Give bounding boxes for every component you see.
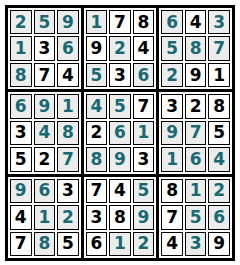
cell-r5c6[interactable]: 1 [133,121,155,145]
cell-r5c2[interactable]: 4 [34,121,56,145]
box-9: 812756439 [159,177,232,258]
box-7: 963412785 [8,177,81,258]
box-1: 259136874 [8,8,81,89]
box-4: 691348527 [8,92,81,173]
cell-r2c5[interactable]: 2 [109,36,131,60]
cell-r1c5[interactable]: 7 [109,10,131,34]
cell-r2c4[interactable]: 9 [86,36,108,60]
cell-r7c4[interactable]: 7 [86,179,108,203]
cell-r7c2[interactable]: 6 [34,179,56,203]
cell-r2c6[interactable]: 4 [133,36,155,60]
cell-r3c8[interactable]: 9 [185,63,207,87]
cell-r2c7[interactable]: 5 [161,36,183,60]
cell-r1c9[interactable]: 3 [208,10,230,34]
cell-r3c9[interactable]: 1 [208,63,230,87]
cell-r8c6[interactable]: 9 [133,205,155,229]
cell-r3c2[interactable]: 7 [34,63,56,87]
cell-r7c6[interactable]: 5 [133,179,155,203]
cell-r3c7[interactable]: 2 [161,63,183,87]
cell-r9c1[interactable]: 7 [10,232,32,256]
cell-r3c3[interactable]: 4 [57,63,79,87]
cell-r2c8[interactable]: 8 [185,36,207,60]
cell-r8c8[interactable]: 5 [185,205,207,229]
box-5: 457261893 [84,92,157,173]
cell-r4c1[interactable]: 6 [10,94,32,118]
cell-r5c1[interactable]: 3 [10,121,32,145]
cell-r3c6[interactable]: 6 [133,63,155,87]
cell-r9c4[interactable]: 6 [86,232,108,256]
cell-r7c5[interactable]: 4 [109,179,131,203]
cell-r8c4[interactable]: 3 [86,205,108,229]
cell-r3c1[interactable]: 8 [10,63,32,87]
cell-r2c9[interactable]: 7 [208,36,230,60]
cell-r1c8[interactable]: 4 [185,10,207,34]
sudoku-board: 2591368741789245366435872916913485274572… [5,5,235,261]
cell-r6c5[interactable]: 9 [109,147,131,171]
cell-r9c5[interactable]: 1 [109,232,131,256]
cell-r1c1[interactable]: 2 [10,10,32,34]
cell-r1c3[interactable]: 9 [57,10,79,34]
cell-r9c2[interactable]: 8 [34,232,56,256]
cell-r3c4[interactable]: 5 [86,63,108,87]
cell-r5c9[interactable]: 5 [208,121,230,145]
cell-r5c7[interactable]: 9 [161,121,183,145]
box-6: 328975164 [159,92,232,173]
cell-r6c2[interactable]: 2 [34,147,56,171]
cell-r7c7[interactable]: 8 [161,179,183,203]
cell-r9c6[interactable]: 2 [133,232,155,256]
box-2: 178924536 [84,8,157,89]
cell-r8c1[interactable]: 4 [10,205,32,229]
cell-r1c4[interactable]: 1 [86,10,108,34]
cell-r7c1[interactable]: 9 [10,179,32,203]
cell-r9c3[interactable]: 5 [57,232,79,256]
cell-r6c4[interactable]: 8 [86,147,108,171]
cell-r4c5[interactable]: 5 [109,94,131,118]
cell-r9c7[interactable]: 4 [161,232,183,256]
cell-r6c6[interactable]: 3 [133,147,155,171]
cell-r9c9[interactable]: 9 [208,232,230,256]
cell-r4c6[interactable]: 7 [133,94,155,118]
box-3: 643587291 [159,8,232,89]
cell-r4c2[interactable]: 9 [34,94,56,118]
cell-r4c8[interactable]: 2 [185,94,207,118]
cell-r1c2[interactable]: 5 [34,10,56,34]
cell-r6c1[interactable]: 5 [10,147,32,171]
cell-r4c9[interactable]: 8 [208,94,230,118]
cell-r2c3[interactable]: 6 [57,36,79,60]
cell-r1c7[interactable]: 6 [161,10,183,34]
cell-r4c3[interactable]: 1 [57,94,79,118]
cell-r3c5[interactable]: 3 [109,63,131,87]
cell-r8c7[interactable]: 7 [161,205,183,229]
cell-r8c3[interactable]: 2 [57,205,79,229]
cell-r6c8[interactable]: 6 [185,147,207,171]
cell-r2c1[interactable]: 1 [10,36,32,60]
cell-r6c7[interactable]: 1 [161,147,183,171]
cell-r6c9[interactable]: 4 [208,147,230,171]
box-8: 745389612 [84,177,157,258]
cell-r8c5[interactable]: 8 [109,205,131,229]
cell-r7c9[interactable]: 2 [208,179,230,203]
cell-r5c8[interactable]: 7 [185,121,207,145]
cell-r6c3[interactable]: 7 [57,147,79,171]
cell-r4c7[interactable]: 3 [161,94,183,118]
cell-r7c3[interactable]: 3 [57,179,79,203]
cell-r5c3[interactable]: 8 [57,121,79,145]
cell-r1c6[interactable]: 8 [133,10,155,34]
cell-r5c5[interactable]: 6 [109,121,131,145]
cell-r4c4[interactable]: 4 [86,94,108,118]
cell-r7c8[interactable]: 1 [185,179,207,203]
cell-r9c8[interactable]: 3 [185,232,207,256]
cell-r2c2[interactable]: 3 [34,36,56,60]
cell-r8c2[interactable]: 1 [34,205,56,229]
cell-r5c4[interactable]: 2 [86,121,108,145]
cell-r8c9[interactable]: 6 [208,205,230,229]
